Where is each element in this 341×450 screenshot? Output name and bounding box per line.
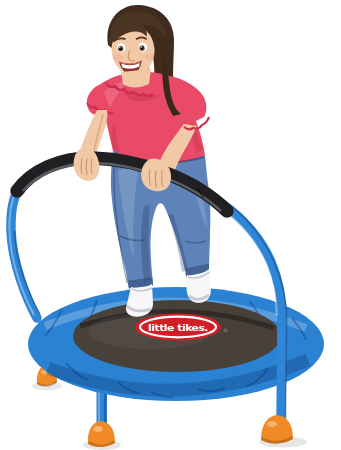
product-image: little tikes. ® [0,0,341,450]
child-chest [121,69,151,88]
logo-registered-mark: ® [223,327,228,333]
handlebar-left-tube [9,189,40,318]
trampoline-right-foot [261,415,293,444]
product-photo-svg: little tikes. ® [0,0,341,450]
logo-text: little tikes. [148,322,208,333]
